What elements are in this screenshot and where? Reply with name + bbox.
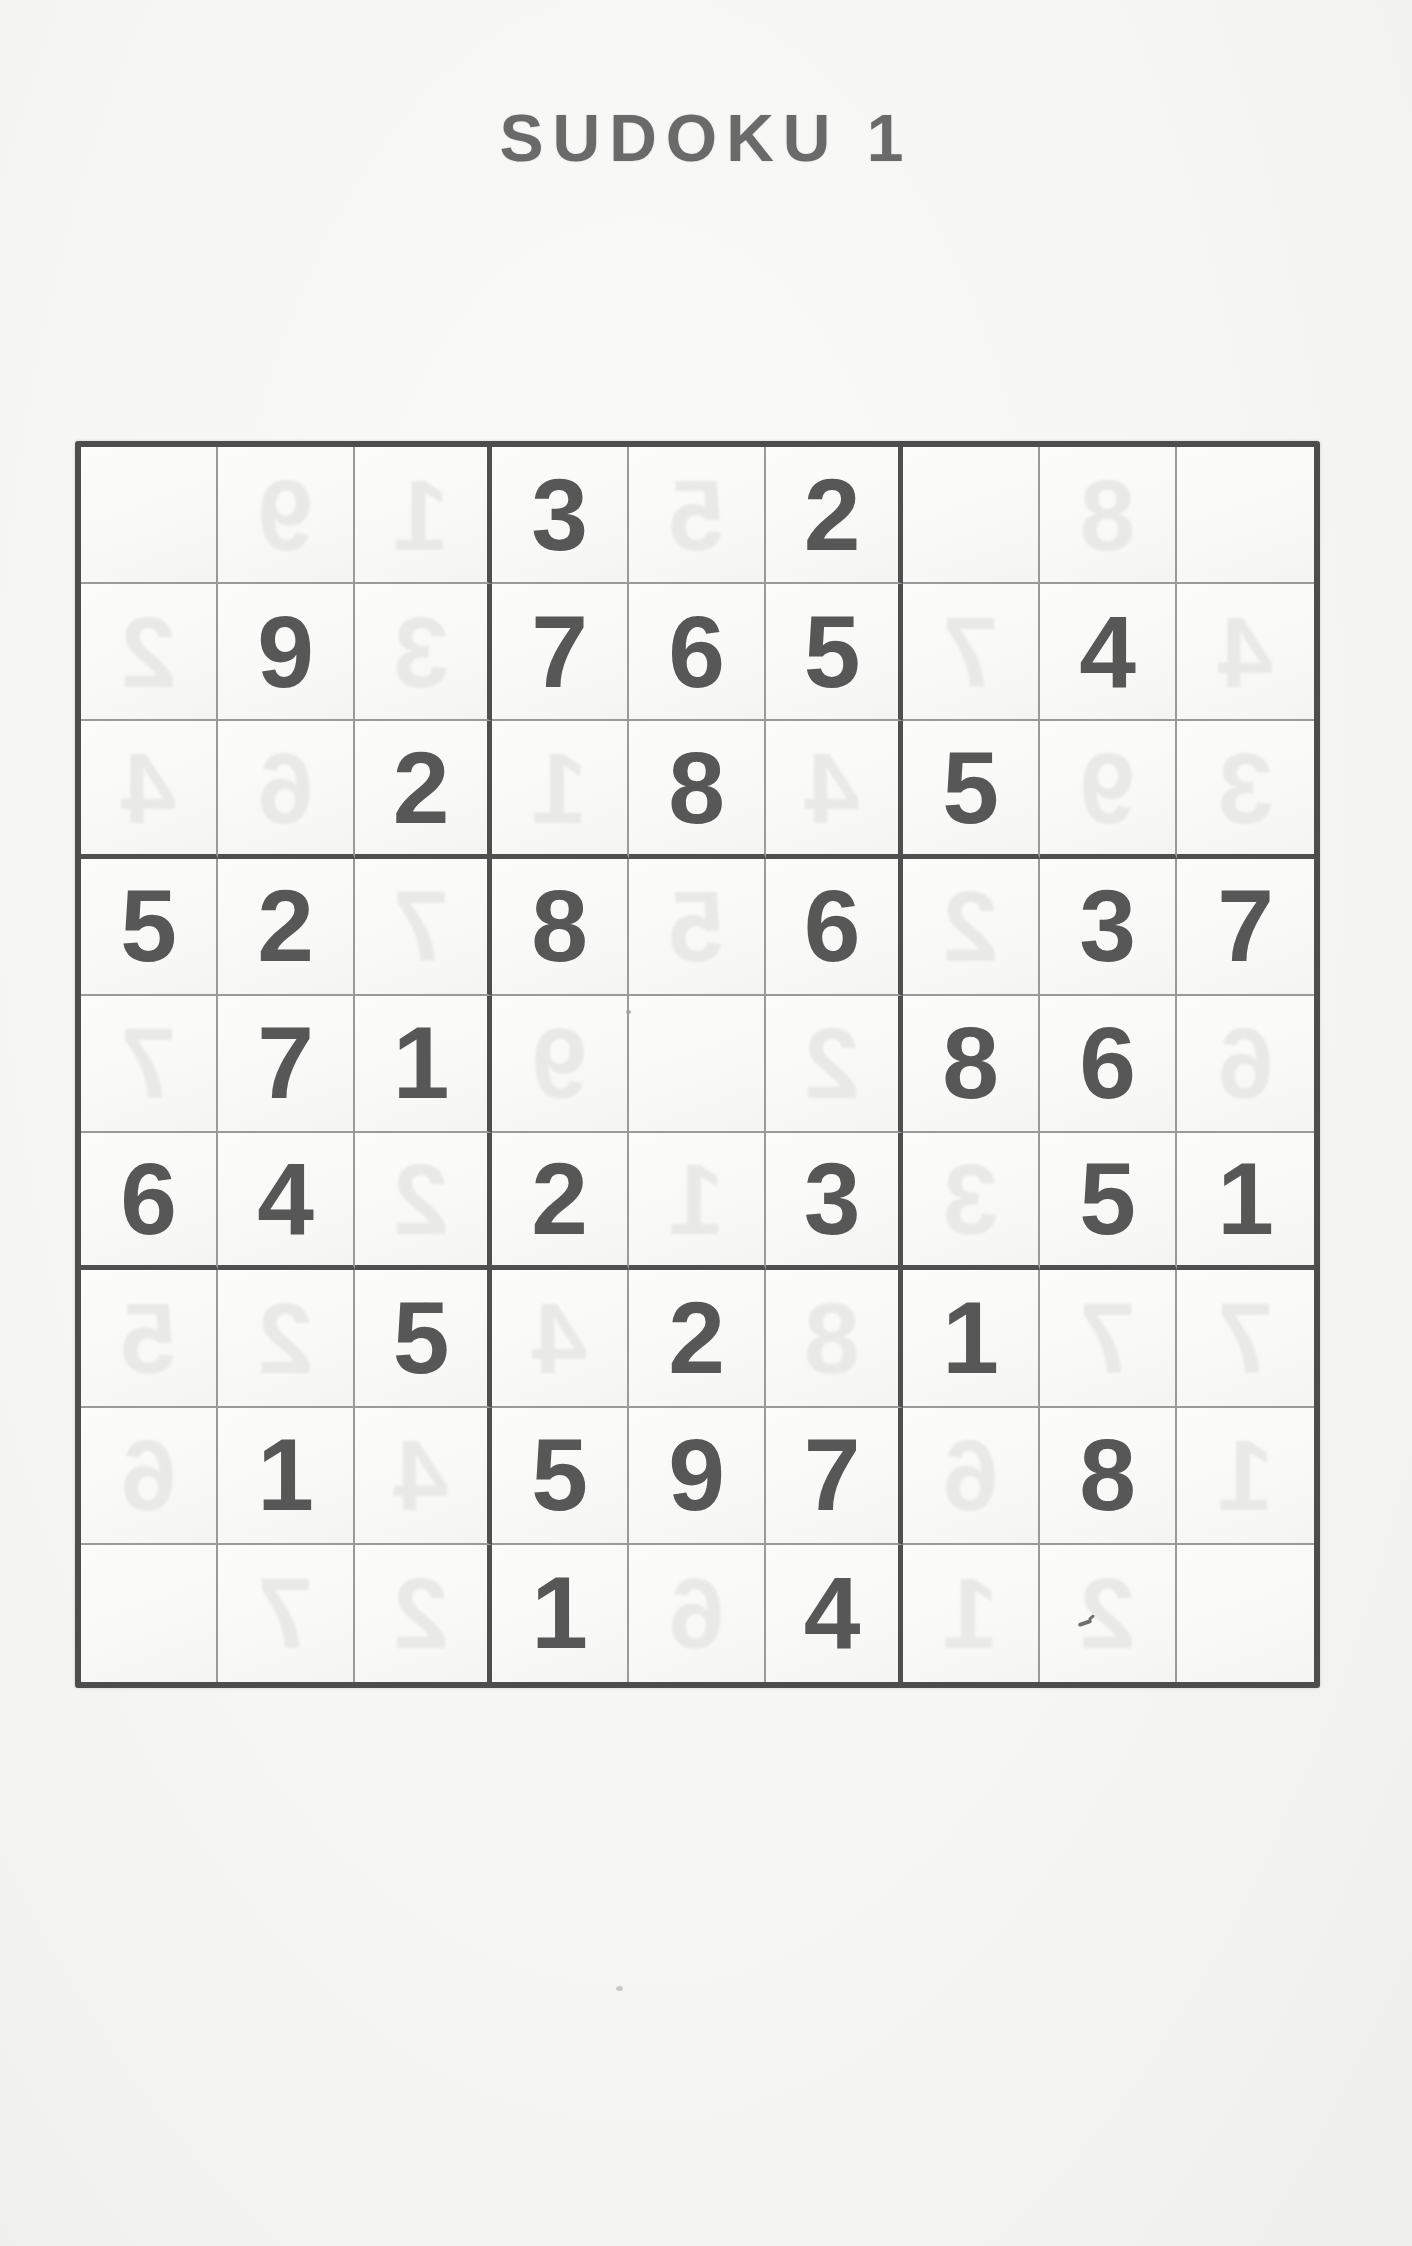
cell-r9c9[interactable] — [1177, 1545, 1314, 1682]
bleedthrough-digit: 2 — [355, 1545, 487, 1682]
cell-r8c1[interactable]: 6 — [81, 1408, 218, 1545]
bleedthrough-digit: 2 — [766, 996, 898, 1131]
bleedthrough-digit: 9 — [492, 996, 627, 1131]
cell-r5c1[interactable]: 7 — [81, 996, 218, 1133]
cell-r6c4: 2 — [492, 1133, 629, 1270]
cell-r6c7[interactable]: 3 — [903, 1133, 1040, 1270]
bleedthrough-digit: 3 — [355, 584, 487, 719]
cell-r5c5[interactable] — [629, 996, 766, 1133]
cell-r4c4: 8 — [492, 859, 629, 996]
cell-r8c2: 1 — [218, 1408, 355, 1545]
bleedthrough-digit: 4 — [81, 721, 216, 853]
cell-r1c1[interactable] — [81, 447, 218, 584]
cell-r8c8: 8 — [1040, 1408, 1177, 1545]
bleedthrough-digit: 1 — [492, 721, 627, 853]
bleedthrough-digit: 6 — [903, 1408, 1038, 1543]
cell-r1c6: 2 — [766, 447, 903, 584]
cell-r9c4: 1 — [492, 1545, 629, 1682]
cell-r4c2: 2 — [218, 859, 355, 996]
given-digit: 5 — [1079, 1148, 1136, 1250]
given-digit: 2 — [668, 1287, 725, 1389]
cell-r8c5: 9 — [629, 1408, 766, 1545]
bleedthrough-digit: 2 — [355, 1133, 487, 1265]
cell-r7c5: 2 — [629, 1270, 766, 1407]
given-digit: 3 — [1079, 875, 1136, 977]
given-digit: 2 — [257, 875, 314, 977]
cell-r7c9[interactable]: 7 — [1177, 1270, 1314, 1407]
cell-r8c7[interactable]: 6 — [903, 1408, 1040, 1545]
given-digit: 8 — [942, 1012, 999, 1114]
bleedthrough-digit: 1 — [355, 447, 487, 582]
cell-r9c2[interactable]: 7 — [218, 1545, 355, 1682]
cell-r5c9[interactable]: 6 — [1177, 996, 1314, 1133]
bleedthrough-digit: 6 — [81, 1408, 216, 1543]
given-digit: 2 — [531, 1148, 588, 1250]
given-digit: 5 — [942, 737, 999, 839]
sudoku-board: 9135282937657444621845935278562377719286… — [75, 441, 1320, 1688]
cell-r9c5[interactable]: 6 — [629, 1545, 766, 1682]
bleedthrough-digit: 2 — [81, 584, 216, 719]
cell-r5c3: 1 — [355, 996, 492, 1133]
given-digit: 2 — [393, 737, 450, 839]
given-digit: 6 — [804, 875, 861, 977]
bleedthrough-digit: 5 — [81, 1270, 216, 1405]
cell-r7c6[interactable]: 8 — [766, 1270, 903, 1407]
bleedthrough-digit: 7 — [81, 996, 216, 1131]
cell-r3c1[interactable]: 4 — [81, 721, 218, 858]
cell-r1c8[interactable]: 8 — [1040, 447, 1177, 584]
cell-r9c1[interactable] — [81, 1545, 218, 1682]
cell-r7c3: 5 — [355, 1270, 492, 1407]
given-digit: 5 — [120, 875, 177, 977]
bleedthrough-digit: 1 — [1177, 1408, 1314, 1543]
cell-r6c9: 1 — [1177, 1133, 1314, 1270]
cell-r3c9[interactable]: 3 — [1177, 721, 1314, 858]
cell-r3c6[interactable]: 4 — [766, 721, 903, 858]
given-digit: 3 — [804, 1148, 861, 1250]
cell-r1c2[interactable]: 9 — [218, 447, 355, 584]
cell-r3c8[interactable]: 9 — [1040, 721, 1177, 858]
cell-r4c3[interactable]: 7 — [355, 859, 492, 996]
given-digit: 7 — [804, 1424, 861, 1526]
cell-r3c5: 8 — [629, 721, 766, 858]
cell-r8c6: 7 — [766, 1408, 903, 1545]
cell-r3c4[interactable]: 1 — [492, 721, 629, 858]
given-digit: 1 — [257, 1424, 314, 1526]
bleedthrough-digit: 3 — [903, 1133, 1038, 1265]
bleedthrough-digit: 4 — [492, 1270, 627, 1405]
cell-r6c6: 3 — [766, 1133, 903, 1270]
cell-r1c9[interactable] — [1177, 447, 1314, 584]
cell-r4c8: 3 — [1040, 859, 1177, 996]
dust-speck — [616, 1986, 623, 1991]
bleedthrough-digit: 1 — [903, 1545, 1038, 1682]
cell-r4c6: 6 — [766, 859, 903, 996]
cell-r5c8: 6 — [1040, 996, 1177, 1133]
given-digit: 1 — [531, 1562, 588, 1664]
bleedthrough-digit: 4 — [766, 721, 898, 853]
given-digit: 7 — [531, 601, 588, 703]
given-digit: 5 — [804, 601, 861, 703]
bleedthrough-digit: 9 — [1040, 721, 1175, 853]
given-digit: 4 — [1079, 601, 1136, 703]
bleedthrough-digit: 9 — [218, 447, 353, 582]
cell-r3c2[interactable]: 6 — [218, 721, 355, 858]
cell-r3c3: 2 — [355, 721, 492, 858]
cell-r2c5: 6 — [629, 584, 766, 721]
given-digit: 6 — [668, 601, 725, 703]
cell-r1c4: 3 — [492, 447, 629, 584]
cell-r2c2: 9 — [218, 584, 355, 721]
cell-r1c5[interactable]: 5 — [629, 447, 766, 584]
bleedthrough-digit: 7 — [1040, 1270, 1175, 1405]
bleedthrough-digit: 4 — [1177, 584, 1314, 719]
cell-r2c1[interactable]: 2 — [81, 584, 218, 721]
cell-r6c5[interactable]: 1 — [629, 1133, 766, 1270]
given-digit: 5 — [393, 1287, 450, 1389]
bleedthrough-digit: 5 — [629, 859, 764, 994]
cell-r5c7: 8 — [903, 996, 1040, 1133]
given-digit: 7 — [257, 1012, 314, 1114]
given-digit: 8 — [668, 737, 725, 839]
cell-r9c7[interactable]: 1 — [903, 1545, 1040, 1682]
cell-r5c4[interactable]: 9 — [492, 996, 629, 1133]
cell-r1c7[interactable] — [903, 447, 1040, 584]
cell-r2c6: 5 — [766, 584, 903, 721]
given-digit: 8 — [531, 875, 588, 977]
given-digit: 1 — [1217, 1148, 1274, 1250]
given-digit: 5 — [531, 1424, 588, 1526]
bleedthrough-digit: 2 — [218, 1270, 353, 1405]
given-digit: 9 — [668, 1424, 725, 1526]
bleedthrough-digit: 7 — [355, 859, 487, 994]
cell-r7c7: 1 — [903, 1270, 1040, 1407]
given-digit: 9 — [257, 601, 314, 703]
bleedthrough-digit: 4 — [355, 1408, 487, 1543]
cell-r4c7[interactable]: 2 — [903, 859, 1040, 996]
cell-r2c4: 7 — [492, 584, 629, 721]
cell-r2c9[interactable]: 4 — [1177, 584, 1314, 721]
given-digit: 2 — [804, 464, 861, 566]
cell-r4c5[interactable]: 5 — [629, 859, 766, 996]
given-digit: 7 — [1217, 875, 1274, 977]
cell-r8c3[interactable]: 4 — [355, 1408, 492, 1545]
bleedthrough-digit: 6 — [1177, 996, 1314, 1131]
given-digit: 4 — [257, 1148, 314, 1250]
bleedthrough-digit: 8 — [1040, 447, 1175, 582]
bleedthrough-digit: 2 — [903, 859, 1038, 994]
bleedthrough-digit: 8 — [766, 1270, 898, 1405]
puzzle-title: SUDOKU 1 — [0, 100, 1412, 176]
bleedthrough-digit: 1 — [629, 1133, 764, 1265]
cell-r6c3[interactable]: 2 — [355, 1133, 492, 1270]
cell-r7c8[interactable]: 7 — [1040, 1270, 1177, 1407]
given-digit: 3 — [531, 464, 588, 566]
cell-r4c9: 7 — [1177, 859, 1314, 996]
cell-r9c6: 4 — [766, 1545, 903, 1682]
given-digit: 1 — [942, 1287, 999, 1389]
cell-r9c8[interactable]: 2 — [1040, 1545, 1177, 1682]
bleedthrough-digit: 5 — [629, 447, 764, 582]
given-digit: 6 — [120, 1148, 177, 1250]
cell-r7c1[interactable]: 5 — [81, 1270, 218, 1407]
cell-r6c1: 6 — [81, 1133, 218, 1270]
cell-r6c2: 4 — [218, 1133, 355, 1270]
cell-r2c3[interactable]: 3 — [355, 584, 492, 721]
cell-r6c8: 5 — [1040, 1133, 1177, 1270]
cell-r8c9[interactable]: 1 — [1177, 1408, 1314, 1545]
bleedthrough-digit: 7 — [1177, 1270, 1314, 1405]
bleedthrough-digit: 2 — [1040, 1545, 1175, 1682]
cell-r4c1: 5 — [81, 859, 218, 996]
given-digit: 8 — [1079, 1424, 1136, 1526]
cell-r2c7[interactable]: 7 — [903, 584, 1040, 721]
cell-r9c3[interactable]: 2 — [355, 1545, 492, 1682]
cell-r1c3[interactable]: 1 — [355, 447, 492, 584]
cell-r7c2[interactable]: 2 — [218, 1270, 355, 1407]
bleedthrough-digit: 7 — [903, 584, 1038, 719]
given-digit: 6 — [1079, 1012, 1136, 1114]
ink-squiggle-mark — [1078, 1614, 1098, 1628]
cell-r5c6[interactable]: 2 — [766, 996, 903, 1133]
given-digit: 4 — [804, 1562, 861, 1664]
cell-r2c8: 4 — [1040, 584, 1177, 721]
bleedthrough-digit: 6 — [629, 1545, 764, 1682]
bleedthrough-digit: 3 — [1177, 721, 1314, 853]
cell-r5c2: 7 — [218, 996, 355, 1133]
cell-r7c4[interactable]: 4 — [492, 1270, 629, 1407]
bleedthrough-digit: 7 — [218, 1545, 353, 1682]
cell-r8c4: 5 — [492, 1408, 629, 1545]
bleedthrough-digit: 6 — [218, 721, 353, 853]
given-digit: 1 — [393, 1012, 450, 1114]
cell-r3c7: 5 — [903, 721, 1040, 858]
